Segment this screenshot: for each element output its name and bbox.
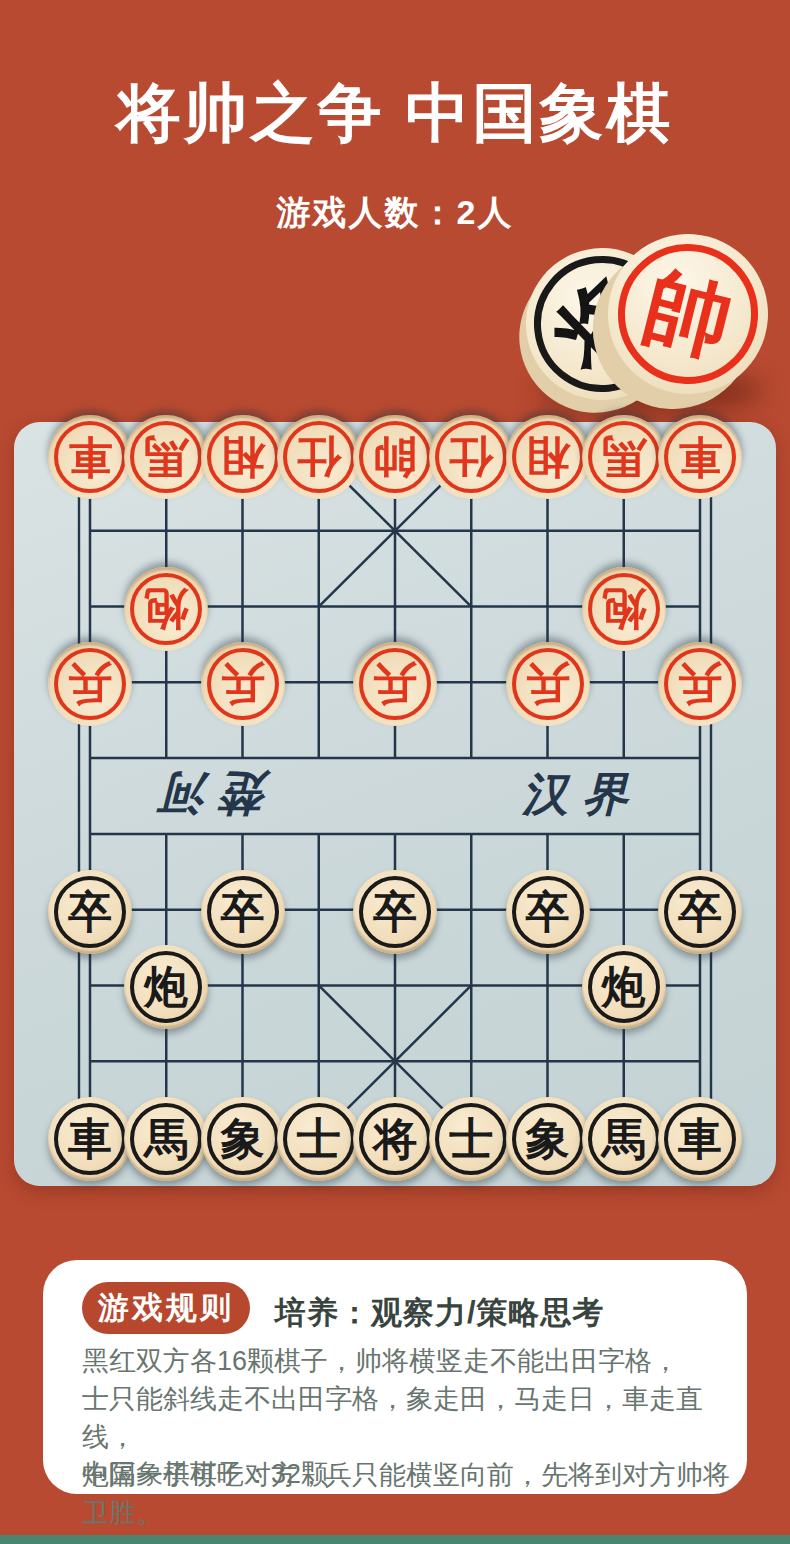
- rules-card: 游戏规则 培养：观察力/策略思考 黑红双方各16颗棋子，帅将横竖走不能出田字格，…: [43, 1260, 747, 1494]
- piece-glyph: 卒: [526, 890, 570, 934]
- xiangqi-board: 楚河 汉界 車馬相仕帥仕相馬車炮炮兵兵兵兵兵卒卒卒卒卒炮炮車馬象士将士象馬車: [14, 422, 776, 1186]
- page-root: 将帅之争 中国象棋 游戏人数：2人 将 帥 楚河 汉界 車馬相仕帥仕相馬車炮炮兵…: [0, 0, 790, 1544]
- piece-glyph: 帥: [373, 435, 417, 479]
- piece-red-r1c7[interactable]: 相: [506, 415, 590, 499]
- piece-black-r7c1[interactable]: 卒: [48, 870, 132, 954]
- piece-glyph: 士: [297, 1117, 341, 1161]
- piece-black-r10c3[interactable]: 象: [201, 1097, 285, 1181]
- piece-red-r3c2[interactable]: 炮: [124, 567, 208, 651]
- piece-red-r4c5[interactable]: 兵: [353, 642, 437, 726]
- piece-glyph: 車: [68, 435, 112, 479]
- piece-black-r8c8[interactable]: 炮: [582, 945, 666, 1029]
- piece-red-r4c1[interactable]: 兵: [48, 642, 132, 726]
- piece-glyph: 卒: [221, 890, 265, 934]
- piece-count-note: 中国象棋棋子：32颗: [82, 1456, 328, 1492]
- piece-glyph: 兵: [68, 662, 112, 706]
- piece-glyph: 仕: [449, 435, 493, 479]
- piece-black-r7c5[interactable]: 卒: [353, 870, 437, 954]
- piece-black-r7c7[interactable]: 卒: [506, 870, 590, 954]
- piece-glyph: 馬: [144, 435, 188, 479]
- player-count-subtitle: 游戏人数：2人: [0, 190, 790, 236]
- piece-glyph: 象: [526, 1117, 570, 1161]
- piece-red-r1c9[interactable]: 車: [658, 415, 742, 499]
- piece-black-r10c4[interactable]: 士: [277, 1097, 361, 1181]
- piece-glyph: 士: [449, 1117, 493, 1161]
- piece-black-r10c1[interactable]: 車: [48, 1097, 132, 1181]
- rules-heading: 培养：观察力/策略思考: [275, 1292, 605, 1334]
- piece-glyph: 相: [221, 435, 265, 479]
- piece-glyph: 馬: [144, 1117, 188, 1161]
- piece-glyph: 仕: [297, 435, 341, 479]
- piece-glyph: 炮: [602, 965, 646, 1009]
- piece-glyph: 兵: [678, 662, 722, 706]
- piece-glyph: 相: [526, 435, 570, 479]
- piece-black-r7c3[interactable]: 卒: [201, 870, 285, 954]
- piece-red-r4c7[interactable]: 兵: [506, 642, 590, 726]
- piece-red-r3c8[interactable]: 炮: [582, 567, 666, 651]
- piece-glyph: 炮: [144, 587, 188, 631]
- piece-glyph: 馬: [602, 435, 646, 479]
- piece-black-r10c2[interactable]: 馬: [124, 1097, 208, 1181]
- piece-glyph: 車: [678, 435, 722, 479]
- piece-black-r7c9[interactable]: 卒: [658, 870, 742, 954]
- piece-glyph: 炮: [602, 587, 646, 631]
- rules-badge: 游戏规则: [82, 1282, 250, 1334]
- piece-glyph: 車: [678, 1117, 722, 1161]
- piece-red-r1c3[interactable]: 相: [201, 415, 285, 499]
- piece-red-r4c3[interactable]: 兵: [201, 642, 285, 726]
- piece-glyph: 将: [373, 1117, 417, 1161]
- piece-glyph: 象: [221, 1117, 265, 1161]
- piece-glyph: 車: [68, 1117, 112, 1161]
- rules-paragraph: 黑红双方各16颗棋子，帅将横竖走不能出田字格， 士只能斜线走不出田字格，象走田，…: [82, 1342, 732, 1532]
- hero-photo: 将 帥: [520, 240, 782, 418]
- piece-black-r10c9[interactable]: 車: [658, 1097, 742, 1181]
- piece-glyph: 卒: [678, 890, 722, 934]
- piece-red-r1c1[interactable]: 車: [48, 415, 132, 499]
- page-title: 将帅之争 中国象棋: [0, 70, 790, 157]
- piece-red-r1c2[interactable]: 馬: [124, 415, 208, 499]
- piece-glyph: 卒: [68, 890, 112, 934]
- piece-glyph: 兵: [373, 662, 417, 706]
- piece-glyph: 炮: [144, 965, 188, 1009]
- piece-red-r1c5[interactable]: 帥: [353, 415, 437, 499]
- piece-black-r8c2[interactable]: 炮: [124, 945, 208, 1029]
- piece-glyph: 兵: [526, 662, 570, 706]
- red-general-photo-piece: 帥: [603, 229, 774, 400]
- piece-red-r4c9[interactable]: 兵: [658, 642, 742, 726]
- bottom-accent-strip: [0, 1535, 790, 1544]
- piece-red-r1c4[interactable]: 仕: [277, 415, 361, 499]
- piece-black-r10c8[interactable]: 馬: [582, 1097, 666, 1181]
- piece-red-r1c6[interactable]: 仕: [429, 415, 513, 499]
- piece-red-r1c8[interactable]: 馬: [582, 415, 666, 499]
- pieces-layer: 車馬相仕帥仕相馬車炮炮兵兵兵兵兵卒卒卒卒卒炮炮車馬象士将士象馬車: [14, 422, 776, 1186]
- piece-glyph: 兵: [221, 662, 265, 706]
- piece-black-r10c5[interactable]: 将: [353, 1097, 437, 1181]
- piece-black-r10c7[interactable]: 象: [506, 1097, 590, 1181]
- piece-black-r10c6[interactable]: 士: [429, 1097, 513, 1181]
- piece-glyph: 卒: [373, 890, 417, 934]
- piece-glyph: 馬: [602, 1117, 646, 1161]
